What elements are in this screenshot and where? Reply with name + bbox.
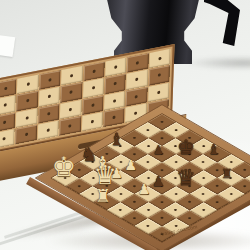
lid-square: [0, 129, 15, 149]
moka-pot-handle: [204, 0, 240, 46]
piece-black-pawn[interactable]: ♟: [148, 144, 168, 156]
piece-black-queen[interactable]: ♛: [176, 166, 196, 188]
lid-square: [81, 112, 103, 132]
lid-square: [103, 107, 125, 127]
scene: ♝♚♜♟♝♛♟♟♞♝♟♟♛♚♜ bauer-cnc.com: [0, 0, 250, 250]
piece-black-rook[interactable]: ♜: [217, 167, 237, 180]
piece-black-bishop[interactable]: ♝: [204, 142, 224, 156]
lid-square: [37, 120, 59, 140]
paper-tag: [0, 35, 15, 57]
moka-pot-shadow: [184, 56, 250, 70]
piece-white-rook[interactable]: ♜: [93, 186, 113, 204]
lid-square: [15, 124, 37, 144]
lid-square: [59, 116, 81, 136]
piece-black-bishop[interactable]: ♝: [107, 131, 126, 148]
piece-black-king[interactable]: ♚: [176, 136, 196, 156]
piece-white-pawn[interactable]: ♟: [135, 182, 155, 196]
piece-white-king[interactable]: ♚: [52, 153, 72, 180]
